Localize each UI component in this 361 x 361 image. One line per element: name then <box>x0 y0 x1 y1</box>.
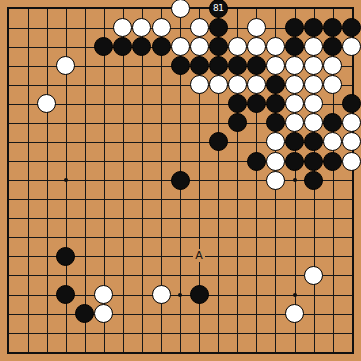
star-point <box>293 293 297 297</box>
black-stone <box>209 56 228 75</box>
black-stone <box>190 56 209 75</box>
grid-line-horizontal <box>9 333 352 334</box>
go-diagram: 81A <box>0 0 361 361</box>
black-stone: 81 <box>209 0 228 18</box>
black-stone <box>247 152 266 171</box>
black-stone <box>342 18 361 37</box>
black-stone <box>209 37 228 56</box>
white-stone <box>171 37 190 56</box>
white-stone <box>304 266 323 285</box>
white-stone <box>342 152 361 171</box>
black-stone <box>342 94 361 113</box>
white-stone <box>228 37 247 56</box>
grid-line-horizontal <box>9 237 352 238</box>
white-stone <box>190 37 209 56</box>
white-stone <box>247 37 266 56</box>
letter-mark-A: A <box>193 249 205 262</box>
black-stone <box>304 171 323 190</box>
white-stone <box>190 18 209 37</box>
white-stone <box>342 113 361 132</box>
white-stone <box>209 75 228 94</box>
white-stone <box>266 37 285 56</box>
black-stone <box>323 152 342 171</box>
black-stone <box>247 56 266 75</box>
star-point <box>293 178 297 182</box>
move-number-label: 81 <box>213 4 223 13</box>
black-stone <box>285 152 304 171</box>
white-stone <box>190 75 209 94</box>
white-stone <box>342 132 361 151</box>
star-point <box>178 293 182 297</box>
go-board[interactable]: 81A <box>0 0 361 361</box>
black-stone <box>285 18 304 37</box>
white-stone <box>247 18 266 37</box>
star-point <box>64 178 68 182</box>
black-stone <box>228 56 247 75</box>
white-stone <box>152 285 171 304</box>
black-stone <box>171 56 190 75</box>
black-stone <box>152 37 171 56</box>
grid-line-horizontal <box>9 199 352 200</box>
white-stone <box>266 171 285 190</box>
white-stone <box>266 152 285 171</box>
black-stone <box>190 285 209 304</box>
white-stone <box>228 75 247 94</box>
black-stone <box>209 18 228 37</box>
white-stone <box>342 37 361 56</box>
black-stone <box>304 152 323 171</box>
black-stone <box>171 171 190 190</box>
grid-line-horizontal <box>9 275 352 276</box>
white-stone <box>171 0 190 18</box>
black-stone <box>56 247 75 266</box>
grid-line-horizontal <box>9 218 352 219</box>
white-stone <box>152 18 171 37</box>
